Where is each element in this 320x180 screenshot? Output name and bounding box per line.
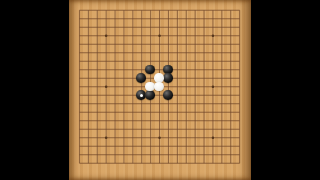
black-stone[interactable] <box>136 73 146 83</box>
stones-layer <box>75 6 244 168</box>
black-stone[interactable] <box>145 90 155 100</box>
board-grid-area <box>75 6 244 168</box>
black-stone[interactable] <box>163 90 173 100</box>
screenshot-stage <box>0 0 320 180</box>
white-stone[interactable] <box>154 82 164 92</box>
go-board[interactable] <box>69 0 251 180</box>
last-move-marker <box>140 94 143 97</box>
black-stone[interactable] <box>145 65 155 75</box>
black-stone[interactable] <box>163 73 173 83</box>
